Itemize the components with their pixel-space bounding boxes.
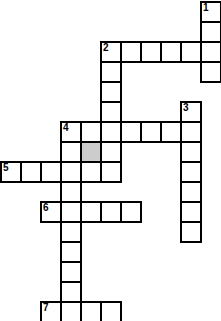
grid-cell[interactable] [180, 121, 202, 143]
grid-cell[interactable] [80, 121, 102, 143]
grid-cell[interactable] [80, 301, 102, 321]
grid-cell[interactable] [40, 161, 62, 183]
grid-cell[interactable]: 5 [0, 161, 22, 183]
grid-cell[interactable] [180, 221, 202, 243]
grid-cell[interactable] [20, 161, 42, 183]
grid-cell[interactable]: 7 [40, 301, 62, 321]
grid-cell[interactable] [200, 41, 221, 63]
grid-cell[interactable] [60, 201, 82, 223]
grid-cell[interactable]: 6 [40, 201, 62, 223]
grid-cell[interactable] [100, 61, 122, 83]
grid-cell[interactable] [180, 201, 202, 223]
grid-cell[interactable] [120, 201, 142, 223]
grid-cell[interactable] [200, 61, 221, 83]
clue-number: 6 [43, 203, 49, 213]
clue-number: 2 [103, 43, 109, 53]
grid-cell[interactable] [180, 41, 202, 63]
clue-number: 5 [3, 163, 9, 173]
grid-cell[interactable] [80, 161, 102, 183]
grid-cell[interactable] [100, 81, 122, 103]
grid-cell[interactable]: 3 [180, 101, 202, 123]
grid-cell[interactable] [60, 221, 82, 243]
grid-cell-shaded[interactable] [80, 141, 102, 163]
grid-cell[interactable] [100, 101, 122, 123]
clue-number: 7 [43, 303, 49, 313]
clue-number: 4 [63, 123, 69, 133]
grid-cell[interactable] [160, 121, 182, 143]
grid-cell[interactable] [180, 161, 202, 183]
grid-cell[interactable] [100, 161, 122, 183]
grid-cell[interactable] [60, 281, 82, 303]
clue-number: 1 [203, 3, 209, 13]
grid-cell[interactable] [100, 301, 122, 321]
grid-cell[interactable] [60, 181, 82, 203]
grid-cell[interactable] [60, 161, 82, 183]
grid-cell[interactable] [180, 141, 202, 163]
grid-cell[interactable] [140, 41, 162, 63]
grid-cell[interactable]: 2 [100, 41, 122, 63]
grid-cell[interactable]: 4 [60, 121, 82, 143]
grid-cell[interactable] [60, 301, 82, 321]
grid-cell[interactable] [60, 141, 82, 163]
grid-cell[interactable] [200, 21, 221, 43]
grid-cell[interactable] [100, 121, 122, 143]
crossword-page: 1234567 [0, 0, 221, 321]
grid-cell[interactable] [60, 241, 82, 263]
grid-cell[interactable] [120, 41, 142, 63]
clue-number: 3 [183, 103, 189, 113]
grid-cell[interactable]: 1 [200, 1, 221, 23]
grid-cell[interactable] [60, 261, 82, 283]
grid-cell[interactable] [80, 201, 102, 223]
grid-cell[interactable] [160, 41, 182, 63]
grid-cell[interactable] [180, 181, 202, 203]
crossword-grid: 1234567 [0, 1, 221, 321]
grid-cell[interactable] [120, 121, 142, 143]
grid-cell[interactable] [140, 121, 162, 143]
grid-cell[interactable] [100, 141, 122, 163]
grid-cell[interactable] [100, 201, 122, 223]
